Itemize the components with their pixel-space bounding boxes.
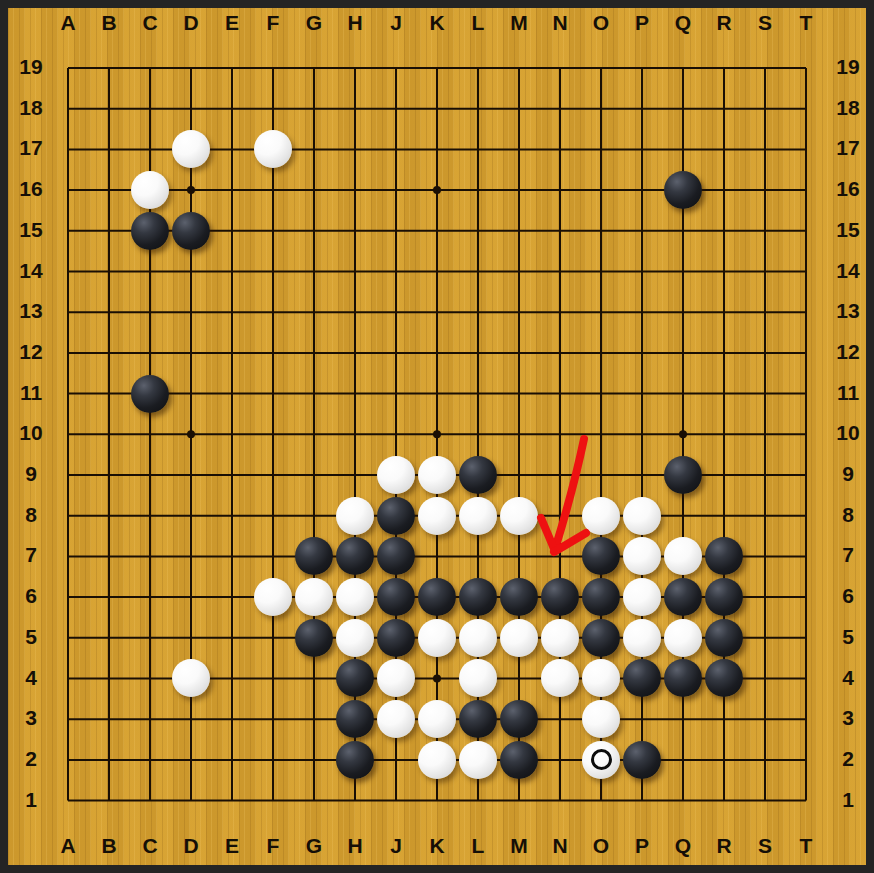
go-app-window: AABBCCDDEEFFGGHHJJKKLLMMNNOOPPQQRRSSTT19… <box>0 0 874 873</box>
arrow-annotation-layer <box>0 0 874 873</box>
arrow-barb-left <box>541 518 555 551</box>
